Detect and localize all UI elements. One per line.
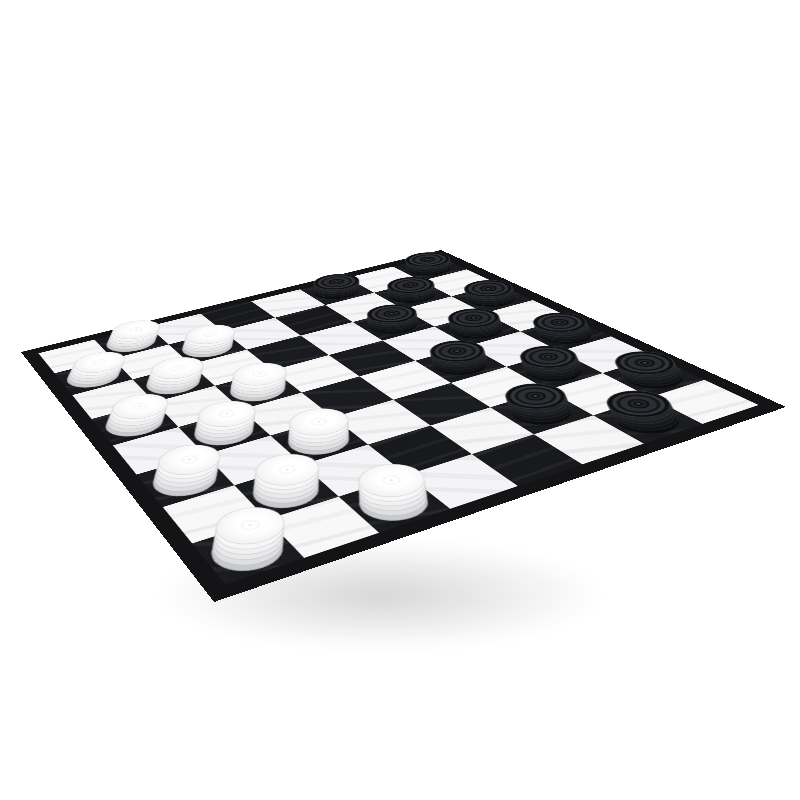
white-checker-piece[interactable] (200, 524, 295, 579)
product-photo-background (0, 0, 800, 800)
